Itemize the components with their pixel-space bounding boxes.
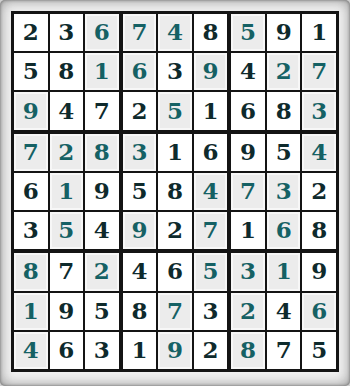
cell-digit: 6 — [203, 140, 219, 163]
cell-r9c2[interactable]: 6 — [50, 332, 84, 369]
sudoku-app-background: 2365819477486392515914276837286193543165… — [0, 0, 350, 386]
cell-r2c9[interactable]: 7 — [302, 53, 336, 90]
cell-digit: 5 — [311, 338, 327, 361]
cell-r1c6[interactable]: 8 — [194, 14, 228, 51]
cell-digit: 4 — [240, 59, 256, 82]
cell-r8c2[interactable]: 9 — [50, 293, 84, 330]
cell-digit: 2 — [58, 140, 74, 163]
cell-r6c4[interactable]: 9 — [123, 212, 157, 249]
cell-digit: 6 — [276, 218, 292, 241]
cell-r3c1[interactable]: 9 — [14, 92, 48, 129]
cell-digit: 5 — [94, 299, 110, 322]
cell-digit: 5 — [203, 259, 219, 282]
cell-digit: 5 — [240, 20, 256, 43]
cell-r1c7[interactable]: 5 — [231, 14, 265, 51]
cell-r7c2[interactable]: 7 — [50, 253, 84, 290]
cell-r1c4[interactable]: 7 — [123, 14, 157, 51]
cell-digit: 9 — [23, 99, 39, 122]
sudoku-box-4: 728619354 — [14, 134, 119, 250]
cell-digit: 7 — [94, 99, 110, 122]
cell-digit: 3 — [23, 218, 39, 241]
cell-r1c9[interactable]: 1 — [302, 14, 336, 51]
cell-digit: 6 — [58, 338, 74, 361]
cell-digit: 2 — [240, 299, 256, 322]
cell-digit: 1 — [58, 179, 74, 202]
cell-r6c2[interactable]: 5 — [50, 212, 84, 249]
cell-r6c7[interactable]: 1 — [231, 212, 265, 249]
cell-digit: 2 — [131, 99, 147, 122]
cell-r2c4[interactable]: 6 — [123, 53, 157, 90]
cell-r5c4[interactable]: 5 — [123, 173, 157, 210]
cell-digit: 9 — [167, 338, 183, 361]
cell-digit: 4 — [203, 179, 219, 202]
cell-r9c9[interactable]: 5 — [302, 332, 336, 369]
cell-r9c5[interactable]: 9 — [158, 332, 192, 369]
cell-digit: 5 — [23, 59, 39, 82]
cell-digit: 9 — [131, 218, 147, 241]
cell-digit: 8 — [23, 259, 39, 282]
cell-r5c8[interactable]: 3 — [267, 173, 301, 210]
sudoku-box-1: 236581947 — [14, 14, 119, 130]
cell-digit: 4 — [131, 259, 147, 282]
cell-digit: 1 — [311, 20, 327, 43]
cell-digit: 8 — [58, 59, 74, 82]
cell-digit: 4 — [58, 99, 74, 122]
cell-r5c6[interactable]: 4 — [194, 173, 228, 210]
cell-r7c1[interactable]: 8 — [14, 253, 48, 290]
sudoku-box-2: 748639251 — [123, 14, 228, 130]
cell-digit: 9 — [240, 140, 256, 163]
cell-r3c9[interactable]: 3 — [302, 92, 336, 129]
cell-digit: 1 — [131, 338, 147, 361]
cell-r1c1[interactable]: 2 — [14, 14, 48, 51]
cell-r6c8[interactable]: 6 — [267, 212, 301, 249]
cell-digit: 3 — [131, 140, 147, 163]
sudoku-board: 2365819477486392515914276837286193543165… — [11, 11, 339, 372]
cell-r2c6[interactable]: 9 — [194, 53, 228, 90]
cell-r3c3[interactable]: 7 — [85, 92, 119, 129]
cell-digit: 6 — [240, 99, 256, 122]
cell-digit: 6 — [131, 59, 147, 82]
cell-r7c4[interactable]: 4 — [123, 253, 157, 290]
sudoku-box-3: 591427683 — [231, 14, 336, 130]
cell-r9c7[interactable]: 8 — [231, 332, 265, 369]
sudoku-box-6: 954732168 — [231, 134, 336, 250]
cell-digit: 7 — [240, 179, 256, 202]
cell-digit: 5 — [58, 218, 74, 241]
cell-digit: 5 — [131, 179, 147, 202]
cell-r6c6[interactable]: 7 — [194, 212, 228, 249]
cell-r7c7[interactable]: 3 — [231, 253, 265, 290]
cell-digit: 4 — [311, 140, 327, 163]
cell-digit: 8 — [167, 179, 183, 202]
cell-r4c2[interactable]: 2 — [50, 134, 84, 171]
cell-digit: 2 — [167, 218, 183, 241]
cell-r9c1[interactable]: 4 — [14, 332, 48, 369]
cell-r3c6[interactable]: 1 — [194, 92, 228, 129]
cell-r6c5[interactable]: 2 — [158, 212, 192, 249]
cell-r1c3[interactable]: 6 — [85, 14, 119, 51]
cell-r2c5[interactable]: 3 — [158, 53, 192, 90]
cell-r4c6[interactable]: 6 — [194, 134, 228, 171]
cell-digit: 4 — [167, 20, 183, 43]
cell-digit: 8 — [276, 99, 292, 122]
cell-r4c4[interactable]: 3 — [123, 134, 157, 171]
cell-r7c5[interactable]: 6 — [158, 253, 192, 290]
cell-digit: 3 — [167, 59, 183, 82]
cell-digit: 1 — [23, 299, 39, 322]
cell-r6c9[interactable]: 8 — [302, 212, 336, 249]
cell-r3c4[interactable]: 2 — [123, 92, 157, 129]
cell-r4c7[interactable]: 9 — [231, 134, 265, 171]
cell-digit: 5 — [167, 99, 183, 122]
cell-digit: 7 — [276, 338, 292, 361]
cell-r2c7[interactable]: 4 — [231, 53, 265, 90]
cell-r1c5[interactable]: 4 — [158, 14, 192, 51]
cell-r1c2[interactable]: 3 — [50, 14, 84, 51]
cell-r2c2[interactable]: 8 — [50, 53, 84, 90]
cell-digit: 4 — [94, 218, 110, 241]
cell-digit: 1 — [94, 59, 110, 82]
cell-digit: 2 — [23, 20, 39, 43]
cell-digit: 6 — [94, 20, 110, 43]
cell-digit: 1 — [167, 140, 183, 163]
cell-r4c5[interactable]: 1 — [158, 134, 192, 171]
sudoku-box-5: 316584927 — [123, 134, 228, 250]
cell-digit: 4 — [276, 299, 292, 322]
cell-digit: 2 — [311, 179, 327, 202]
sudoku-box-9: 319246875 — [231, 253, 336, 369]
cell-r5c7[interactable]: 7 — [231, 173, 265, 210]
cell-digit: 3 — [311, 99, 327, 122]
cell-r6c3[interactable]: 4 — [85, 212, 119, 249]
cell-digit: 9 — [58, 299, 74, 322]
cell-digit: 7 — [23, 140, 39, 163]
cell-digit: 2 — [203, 338, 219, 361]
cell-r8c5[interactable]: 7 — [158, 293, 192, 330]
cell-digit: 3 — [276, 179, 292, 202]
cell-digit: 2 — [94, 259, 110, 282]
cell-digit: 1 — [240, 218, 256, 241]
cell-r8c8[interactable]: 4 — [267, 293, 301, 330]
cell-r8c3[interactable]: 5 — [85, 293, 119, 330]
cell-digit: 3 — [58, 20, 74, 43]
cell-digit: 5 — [276, 140, 292, 163]
cell-digit: 2 — [276, 59, 292, 82]
cell-digit: 8 — [94, 140, 110, 163]
cell-r3c7[interactable]: 6 — [231, 92, 265, 129]
cell-r5c5[interactable]: 8 — [158, 173, 192, 210]
cell-digit: 7 — [131, 20, 147, 43]
cell-r6c1[interactable]: 3 — [14, 212, 48, 249]
cell-r7c8[interactable]: 1 — [267, 253, 301, 290]
cell-r9c3[interactable]: 3 — [85, 332, 119, 369]
cell-digit: 7 — [311, 59, 327, 82]
cell-r3c5[interactable]: 5 — [158, 92, 192, 129]
cell-digit: 7 — [58, 259, 74, 282]
cell-r9c6[interactable]: 2 — [194, 332, 228, 369]
cell-digit: 9 — [94, 179, 110, 202]
sudoku-box-8: 465873192 — [123, 253, 228, 369]
cell-r8c6[interactable]: 3 — [194, 293, 228, 330]
cell-r8c9[interactable]: 6 — [302, 293, 336, 330]
cell-r4c8[interactable]: 5 — [267, 134, 301, 171]
cell-r4c1[interactable]: 7 — [14, 134, 48, 171]
cell-r3c2[interactable]: 4 — [50, 92, 84, 129]
cell-r5c2[interactable]: 1 — [50, 173, 84, 210]
cell-digit: 8 — [311, 218, 327, 241]
cell-r2c8[interactable]: 2 — [267, 53, 301, 90]
cell-r2c1[interactable]: 5 — [14, 53, 48, 90]
cell-digit: 8 — [131, 299, 147, 322]
cell-r7c3[interactable]: 2 — [85, 253, 119, 290]
cell-digit: 3 — [240, 259, 256, 282]
cell-digit: 7 — [167, 299, 183, 322]
cell-digit: 1 — [276, 259, 292, 282]
cell-digit: 4 — [23, 338, 39, 361]
cell-r5c3[interactable]: 9 — [85, 173, 119, 210]
cell-r2c3[interactable]: 1 — [85, 53, 119, 90]
cell-r8c7[interactable]: 2 — [231, 293, 265, 330]
cell-digit: 8 — [203, 20, 219, 43]
cell-digit: 8 — [240, 338, 256, 361]
cell-r4c3[interactable]: 8 — [85, 134, 119, 171]
cell-digit: 6 — [167, 259, 183, 282]
cell-r8c1[interactable]: 1 — [14, 293, 48, 330]
cell-r4c9[interactable]: 4 — [302, 134, 336, 171]
cell-r7c6[interactable]: 5 — [194, 253, 228, 290]
cell-r8c4[interactable]: 8 — [123, 293, 157, 330]
cell-digit: 7 — [203, 218, 219, 241]
cell-digit: 3 — [94, 338, 110, 361]
cell-digit: 9 — [276, 20, 292, 43]
sudoku-box-7: 872195463 — [14, 253, 119, 369]
cell-r5c9[interactable]: 2 — [302, 173, 336, 210]
cell-r9c8[interactable]: 7 — [267, 332, 301, 369]
cell-r7c9[interactable]: 9 — [302, 253, 336, 290]
cell-digit: 9 — [311, 259, 327, 282]
cell-r5c1[interactable]: 6 — [14, 173, 48, 210]
cell-digit: 6 — [23, 179, 39, 202]
cell-digit: 3 — [203, 299, 219, 322]
cell-digit: 1 — [203, 99, 219, 122]
cell-digit: 6 — [311, 299, 327, 322]
cell-digit: 9 — [203, 59, 219, 82]
cell-r1c8[interactable]: 9 — [267, 14, 301, 51]
cell-r9c4[interactable]: 1 — [123, 332, 157, 369]
cell-r3c8[interactable]: 8 — [267, 92, 301, 129]
